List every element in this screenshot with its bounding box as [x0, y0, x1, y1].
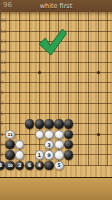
- grid-line-horizontal: [0, 20, 112, 21]
- white-stone[interactable]: [54, 140, 63, 149]
- star-point: [38, 71, 41, 74]
- app-screen: 96 white first 1514131211109876543211131…: [0, 0, 112, 200]
- white-stone[interactable]: [35, 130, 44, 139]
- row-coordinate-label: 4: [1, 132, 4, 137]
- row-coordinate-label: 9: [1, 80, 4, 85]
- move-number: 6: [28, 162, 31, 168]
- move-number: 3: [47, 141, 50, 147]
- row-coordinate-label: 13: [1, 39, 7, 44]
- row-coordinate-label: 8: [1, 90, 4, 95]
- move-number: 2: [18, 162, 21, 168]
- go-board[interactable]: 151413121110987654321113198102645: [0, 12, 112, 177]
- black-stone-move-6[interactable]: 6: [25, 161, 34, 170]
- white-stone[interactable]: [44, 130, 53, 139]
- white-stone-move-1[interactable]: 1: [35, 150, 44, 159]
- grid-line-vertical: [29, 12, 30, 166]
- white-stone[interactable]: [15, 150, 24, 159]
- white-stone[interactable]: [15, 140, 24, 149]
- header-bar: 96 white first: [0, 0, 112, 12]
- move-number: 11: [7, 132, 12, 137]
- white-stone[interactable]: [54, 130, 63, 139]
- row-coordinate-label: 7: [1, 101, 4, 106]
- black-stone[interactable]: [44, 119, 53, 128]
- black-stone-move-4[interactable]: 4: [35, 161, 44, 170]
- row-coordinate-label: 6: [1, 111, 4, 116]
- grid-line-horizontal: [0, 82, 112, 83]
- white-stone-move-5[interactable]: 5: [54, 161, 63, 170]
- grid-line-horizontal: [0, 62, 112, 63]
- black-stone[interactable]: [5, 140, 14, 149]
- white-stone[interactable]: [54, 150, 63, 159]
- move-number: 10: [7, 163, 12, 168]
- black-stone[interactable]: [64, 150, 73, 159]
- black-stone-move-10[interactable]: 10: [5, 161, 14, 170]
- correct-checkmark-icon: [36, 27, 68, 57]
- black-stone[interactable]: [25, 119, 34, 128]
- grid-line-vertical: [88, 12, 89, 166]
- grid-line-horizontal: [0, 113, 112, 114]
- white-stone-move-3[interactable]: 3: [44, 140, 53, 149]
- black-stone[interactable]: [35, 119, 44, 128]
- black-stone-move-8[interactable]: 8: [0, 161, 5, 170]
- row-coordinate-label: 15: [1, 18, 7, 23]
- move-number: 5: [57, 162, 60, 168]
- row-coordinate-label: 14: [1, 29, 7, 34]
- black-stone[interactable]: [44, 161, 53, 170]
- row-coordinate-label: 12: [1, 49, 7, 54]
- move-number: 9: [47, 152, 50, 158]
- grid-line-vertical: [107, 12, 108, 166]
- black-stone[interactable]: [64, 119, 73, 128]
- grid-line-vertical: [98, 12, 99, 166]
- grid-line-horizontal: [0, 92, 112, 93]
- grid-line-horizontal: [0, 72, 112, 73]
- black-stone[interactable]: [64, 130, 73, 139]
- black-stone[interactable]: [5, 150, 14, 159]
- white-stone-move-11[interactable]: 11: [5, 130, 14, 139]
- white-stone-move-9[interactable]: 9: [44, 150, 53, 159]
- grid-line-horizontal: [0, 103, 112, 104]
- row-coordinate-label: 3: [1, 142, 4, 147]
- move-number: 1: [38, 152, 41, 158]
- page-title: white first: [0, 2, 112, 10]
- row-coordinate-label: 11: [1, 60, 7, 65]
- move-number: 4: [38, 162, 41, 168]
- row-coordinate-label: 2: [1, 152, 4, 157]
- black-stone[interactable]: [64, 140, 73, 149]
- star-point: [97, 71, 100, 74]
- row-coordinate-label: 10: [1, 70, 7, 75]
- move-number: 8: [0, 162, 2, 168]
- star-point: [97, 133, 100, 136]
- black-stone[interactable]: [54, 119, 63, 128]
- board-shadow: [0, 12, 112, 16]
- grid-line-vertical: [78, 12, 79, 166]
- bottom-toolbar: [0, 177, 112, 200]
- black-stone-move-2[interactable]: 2: [15, 161, 24, 170]
- row-coordinate-label: 5: [1, 121, 4, 126]
